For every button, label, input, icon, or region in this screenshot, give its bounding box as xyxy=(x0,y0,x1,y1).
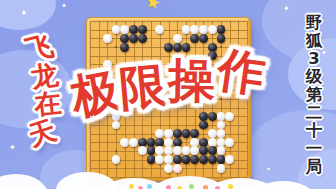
black-stone xyxy=(199,138,208,147)
white-stone xyxy=(208,138,217,147)
white-stone xyxy=(217,121,226,130)
black-stone xyxy=(129,25,138,34)
sparkle-icon: ✦ xyxy=(9,144,16,152)
confetti-dot xyxy=(177,186,182,189)
black-stone xyxy=(155,138,164,147)
black-stone xyxy=(199,112,208,121)
white-stone xyxy=(164,155,173,164)
white-stone xyxy=(164,146,173,155)
white-stone xyxy=(182,146,191,155)
white-stone xyxy=(225,112,234,121)
white-stone xyxy=(225,138,234,147)
main-title: 极限操作 xyxy=(69,54,281,108)
white-stone xyxy=(138,146,147,155)
black-stone xyxy=(147,155,156,164)
sparkle-icon: ✦ xyxy=(283,5,290,13)
black-stone xyxy=(208,155,217,164)
thumbnail-frame: 飞龙在天 极限操作 野狐3级第二十一局 ★ ✦ ✦ ✦ ✦ ✦ ✦ xyxy=(0,0,336,189)
white-stone xyxy=(217,138,226,147)
sparkle-icon: ✦ xyxy=(61,3,67,10)
black-stone xyxy=(182,43,191,52)
black-stone xyxy=(164,43,173,52)
confetti-dot xyxy=(189,184,194,189)
black-stone xyxy=(120,43,129,52)
black-stone xyxy=(199,155,208,164)
black-stone xyxy=(138,138,147,147)
black-stone xyxy=(208,43,217,52)
right-title-char: 第 xyxy=(306,86,323,104)
black-stone xyxy=(138,34,147,43)
black-stone xyxy=(173,138,182,147)
sparkle-icon: ✦ xyxy=(266,166,271,172)
black-stone xyxy=(147,146,156,155)
confetti-dot xyxy=(166,185,171,189)
white-stone xyxy=(129,138,138,147)
black-stone xyxy=(190,155,199,164)
left-title-char: 天 xyxy=(25,115,59,150)
main-title-char: 限 xyxy=(117,61,168,112)
right-title-char: 二 xyxy=(306,104,323,122)
black-stone xyxy=(199,146,208,155)
black-stone xyxy=(147,138,156,147)
black-stone xyxy=(199,34,208,43)
white-stone xyxy=(208,25,217,34)
sparkle-icon: ✦ xyxy=(321,50,327,57)
white-stone xyxy=(217,129,226,138)
white-stone xyxy=(103,34,112,43)
black-stone xyxy=(173,43,182,52)
right-title-char: 级 xyxy=(306,68,323,86)
right-vertical-title: 野狐3级第二十一局 xyxy=(301,14,327,176)
black-stone xyxy=(217,25,226,34)
white-stone xyxy=(112,25,121,34)
black-stone xyxy=(217,155,226,164)
confetti-dot xyxy=(203,185,208,189)
confetti-dot xyxy=(147,184,152,189)
confetti-dot xyxy=(129,184,134,189)
main-title-char: 极 xyxy=(68,66,123,121)
white-stone xyxy=(155,129,164,138)
white-stone xyxy=(190,146,199,155)
white-stone xyxy=(217,146,226,155)
white-stone xyxy=(155,146,164,155)
white-stone xyxy=(225,155,234,164)
white-stone xyxy=(199,25,208,34)
white-stone xyxy=(190,25,199,34)
right-title-char: 狐 xyxy=(306,32,323,50)
black-stone xyxy=(208,146,217,155)
right-title-char: 3 xyxy=(308,50,319,68)
white-stone xyxy=(182,25,191,34)
black-stone xyxy=(182,155,191,164)
white-stone xyxy=(173,146,182,155)
white-stone xyxy=(173,34,182,43)
white-stone xyxy=(120,25,129,34)
star-icon: ★ xyxy=(144,0,162,12)
right-title-char: 局 xyxy=(306,158,323,176)
confetti-dot xyxy=(215,186,220,189)
black-stone xyxy=(208,112,217,121)
white-stone xyxy=(164,164,173,173)
sparkle-icon: ✦ xyxy=(20,9,28,18)
left-vertical-title: 飞龙在天 xyxy=(26,34,53,144)
white-stone xyxy=(208,129,217,138)
white-stone xyxy=(164,129,173,138)
white-stone xyxy=(217,112,226,121)
black-stone xyxy=(120,34,129,43)
black-stone xyxy=(182,129,191,138)
black-stone xyxy=(199,121,208,130)
black-stone xyxy=(173,129,182,138)
black-stone xyxy=(129,34,138,43)
white-stone xyxy=(112,121,121,130)
white-stone xyxy=(120,138,129,147)
confetti-dot xyxy=(228,184,233,189)
white-stone xyxy=(112,155,121,164)
white-stone xyxy=(155,155,164,164)
white-stone xyxy=(164,138,173,147)
black-stone xyxy=(173,155,182,164)
right-title-char: 十 xyxy=(306,122,323,140)
confetti-dot xyxy=(138,186,143,189)
right-title-char: 野 xyxy=(306,14,323,32)
main-title-char: 作 xyxy=(215,45,268,98)
cloud-shape xyxy=(0,0,56,30)
main-title-char: 操 xyxy=(168,56,216,104)
right-title-char: 一 xyxy=(306,140,323,158)
white-stone xyxy=(217,164,226,173)
black-stone xyxy=(190,34,199,43)
black-stone xyxy=(190,129,199,138)
white-stone xyxy=(190,138,199,147)
white-stone xyxy=(155,25,164,34)
white-stone xyxy=(173,164,182,173)
black-stone xyxy=(138,25,147,34)
